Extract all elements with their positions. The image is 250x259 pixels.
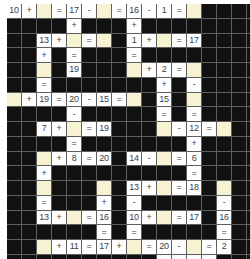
cell-r9-c9	[142, 137, 156, 151]
cell-r15-c7	[112, 225, 126, 239]
cell-r17-c14	[217, 255, 231, 259]
empty-answer-cell-r6-c12[interactable]	[187, 93, 201, 107]
cell-r2-c16	[247, 34, 250, 48]
cell-r1-c3	[52, 19, 66, 33]
cell-r3-c14	[217, 48, 231, 62]
cell-r9-c4: =	[67, 137, 81, 151]
empty-answer-cell-r12-c2[interactable]	[37, 181, 51, 195]
cell-r10-c3: +	[52, 152, 66, 166]
empty-answer-cell-r8-c10[interactable]	[157, 122, 171, 136]
cell-r10-c1	[22, 152, 36, 166]
cell-r14-c0	[7, 211, 21, 225]
cell-r16-c14: 2	[217, 240, 231, 254]
cell-r15-c16	[247, 225, 250, 239]
cell-r17-c16	[247, 255, 250, 259]
cell-r17-c12	[187, 255, 201, 259]
cell-r16-c0	[7, 240, 21, 254]
cell-r15-c12	[187, 225, 201, 239]
empty-answer-cell-r16-c2[interactable]	[37, 240, 51, 254]
cell-r9-c10	[157, 137, 171, 151]
cell-r11-c11	[172, 166, 186, 180]
cell-r12-c3	[52, 181, 66, 195]
cell-r13-c4	[67, 196, 81, 210]
cell-r8-c5: =	[82, 122, 96, 136]
cell-r5-c16	[247, 78, 250, 92]
empty-answer-cell-r2-c4[interactable]	[67, 34, 81, 48]
cell-r5-c9	[142, 78, 156, 92]
cell-r0-c16	[247, 4, 250, 18]
cell-r9-c14	[217, 137, 231, 151]
cell-r6-c15	[232, 93, 246, 107]
cell-r8-c7	[112, 122, 126, 136]
cell-r6-c5: -	[82, 93, 96, 107]
cell-r9-c13	[202, 137, 216, 151]
cell-r17-c0	[7, 255, 21, 259]
empty-answer-cell-r0-c12[interactable]	[187, 4, 201, 18]
cell-r2-c8: 1	[127, 34, 141, 48]
cell-r16-c5: =	[82, 240, 96, 254]
cell-r2-c11: =	[172, 34, 186, 48]
cell-r10-c4: 8	[67, 152, 81, 166]
cell-r11-c1	[22, 166, 36, 180]
cell-r6-c4: 20	[67, 93, 81, 107]
cell-r14-c5: =	[82, 211, 96, 225]
cell-r9-c8	[127, 137, 141, 151]
cell-r5-c10: +	[157, 78, 171, 92]
cell-r15-c1	[22, 225, 36, 239]
cell-r15-c9	[142, 225, 156, 239]
empty-answer-cell-r8-c4[interactable]	[67, 122, 81, 136]
cell-r8-c12: 12	[187, 122, 201, 136]
cell-r5-c13	[202, 78, 216, 92]
cell-r16-c11: -	[172, 240, 186, 254]
cell-r7-c16	[247, 107, 250, 121]
cell-r14-c8: 10	[127, 211, 141, 225]
cell-r4-c13	[202, 63, 216, 77]
cell-r14-c3: +	[52, 211, 66, 225]
cell-r11-c8	[127, 166, 141, 180]
cell-r11-c10	[157, 166, 171, 180]
cell-r15-c3	[52, 225, 66, 239]
cell-r10-c13	[202, 152, 216, 166]
cell-r4-c7	[112, 63, 126, 77]
cell-r11-c7	[112, 166, 126, 180]
empty-answer-cell-r0-c2[interactable]	[37, 4, 51, 18]
cell-r3-c4: =	[67, 48, 81, 62]
cell-r5-c8	[127, 78, 141, 92]
cell-r9-c1	[22, 137, 36, 151]
cell-r2-c15	[232, 34, 246, 48]
cell-r7-c8	[127, 107, 141, 121]
cell-r13-c3	[52, 196, 66, 210]
cell-r1-c12	[187, 19, 201, 33]
cell-r4-c16	[247, 63, 250, 77]
cell-r9-c0	[7, 137, 21, 151]
cell-r1-c2	[37, 19, 51, 33]
cell-r3-c5	[82, 48, 96, 62]
cell-r5-c7	[112, 78, 126, 92]
cell-r5-c12: -	[187, 78, 201, 92]
cell-r7-c11	[172, 107, 186, 121]
cell-r14-c9: +	[142, 211, 156, 225]
cell-r7-c1	[22, 107, 36, 121]
cell-r7-c3	[52, 107, 66, 121]
cell-r17-c3	[52, 255, 66, 259]
cell-r11-c9	[142, 166, 156, 180]
empty-answer-cell-r12-c10[interactable]	[157, 181, 171, 195]
cell-r4-c11: =	[172, 63, 186, 77]
cell-r11-c16	[247, 166, 250, 180]
cell-r8-c2: 7	[37, 122, 51, 136]
cell-r1-c5	[82, 19, 96, 33]
cell-r9-c7	[112, 137, 126, 151]
cell-r0-c8: 16	[127, 4, 141, 18]
cell-r8-c1	[22, 122, 36, 136]
cell-r9-c6	[97, 137, 111, 151]
cell-r7-c14	[217, 107, 231, 121]
empty-answer-cell-r10-c10[interactable]	[157, 152, 171, 166]
cell-r9-c16	[247, 137, 250, 151]
cell-r7-c7	[112, 107, 126, 121]
cell-r12-c15	[232, 181, 246, 195]
cell-r3-c9	[142, 48, 156, 62]
empty-answer-cell-r16-c8[interactable]	[127, 240, 141, 254]
empty-answer-cell-r6-c8[interactable]	[127, 93, 141, 107]
cell-r9-c2	[37, 137, 51, 151]
cell-r9-c3	[52, 137, 66, 151]
cell-r8-c13: =	[202, 122, 216, 136]
cell-r4-c14	[217, 63, 231, 77]
cell-r15-c8: =	[127, 225, 141, 239]
cell-r3-c7	[112, 48, 126, 62]
cell-r7-c12: =	[187, 107, 201, 121]
cell-r6-c1: +	[22, 93, 36, 107]
cell-r16-c13: =	[202, 240, 216, 254]
cell-r8-c9	[142, 122, 156, 136]
cell-r5-c6	[97, 78, 111, 92]
cell-r6-c10: 15	[157, 93, 171, 107]
cell-r6-c2: 19	[37, 93, 51, 107]
cell-r16-c15	[232, 240, 246, 254]
empty-answer-cell-r12-c14[interactable]	[217, 181, 231, 195]
cell-r0-c0: 10	[7, 4, 21, 18]
cell-r13-c14: -	[217, 196, 231, 210]
cell-r13-c1	[22, 196, 36, 210]
cell-r1-c15	[232, 19, 246, 33]
cell-r17-c11	[172, 255, 186, 259]
empty-answer-cell-r2-c6[interactable]	[97, 34, 111, 48]
cell-r12-c1	[22, 181, 36, 195]
cell-r5-c4	[67, 78, 81, 92]
cell-r3-c12	[187, 48, 201, 62]
cell-r6-c16	[247, 93, 250, 107]
cell-r17-c1	[22, 255, 36, 259]
cell-r14-c15	[232, 211, 246, 225]
cell-r7-c13	[202, 107, 216, 121]
cell-r13-c13	[202, 196, 216, 210]
cell-r6-c13	[202, 93, 216, 107]
cell-r1-c13	[202, 19, 216, 33]
cell-r11-c2: +	[37, 166, 51, 180]
cell-r3-c8: =	[127, 48, 141, 62]
cell-r0-c4: 17	[67, 4, 81, 18]
cell-r3-c10	[157, 48, 171, 62]
cell-r11-c12: =	[187, 166, 201, 180]
cell-r14-c14: 16	[217, 211, 231, 225]
cell-r12-c11: =	[172, 181, 186, 195]
cell-r12-c12: 18	[187, 181, 201, 195]
cell-r4-c3	[52, 63, 66, 77]
cell-r8-c16	[247, 122, 250, 136]
cell-r5-c3	[52, 78, 66, 92]
cell-r1-c6	[97, 19, 111, 33]
cell-r12-c4	[67, 181, 81, 195]
cell-r17-c13	[202, 255, 216, 259]
cell-r1-c10	[157, 19, 171, 33]
cell-r0-c7: =	[112, 4, 126, 18]
cell-r15-c0	[7, 225, 21, 239]
cell-r0-c14	[217, 4, 231, 18]
empty-answer-cell-r16-c12[interactable]	[187, 240, 201, 254]
empty-answer-cell-r10-c2[interactable]	[37, 152, 51, 166]
cell-r11-c0	[7, 166, 21, 180]
cell-r1-c8: +	[127, 19, 141, 33]
cell-r5-c1	[22, 78, 36, 92]
cell-r0-c9: -	[142, 4, 156, 18]
cell-r8-c8	[127, 122, 141, 136]
cell-r17-c4	[67, 255, 81, 259]
cell-r4-c15	[232, 63, 246, 77]
cell-r4-c1	[22, 63, 36, 77]
cell-r3-c15	[232, 48, 246, 62]
cell-r14-c13	[202, 211, 216, 225]
cell-r9-c5	[82, 137, 96, 151]
cell-r14-c2: 13	[37, 211, 51, 225]
cell-r13-c15	[232, 196, 246, 210]
cell-r15-c5	[82, 225, 96, 239]
cell-r0-c5: -	[82, 4, 96, 18]
empty-answer-cell-r0-c6[interactable]	[97, 4, 111, 18]
cell-r12-c9: +	[142, 181, 156, 195]
cell-r7-c2	[37, 107, 51, 121]
cell-r13-c0	[7, 196, 21, 210]
empty-answer-cell-r14-c4[interactable]	[67, 211, 81, 225]
cell-r1-c16	[247, 19, 250, 33]
cell-r13-c5	[82, 196, 96, 210]
cell-r11-c14	[217, 166, 231, 180]
cell-r6-c11	[172, 93, 186, 107]
cell-r17-c9	[142, 255, 156, 259]
cell-r13-c6: +	[97, 196, 111, 210]
cell-r5-c11	[172, 78, 186, 92]
cell-r4-c5	[82, 63, 96, 77]
cell-r10-c14	[217, 152, 231, 166]
cell-r17-c7	[112, 255, 126, 259]
cell-r13-c11	[172, 196, 186, 210]
cell-r9-c12: +	[187, 137, 201, 151]
cell-r14-c6: 16	[97, 211, 111, 225]
cell-r0-c10: 1	[157, 4, 171, 18]
cell-r4-c9: +	[142, 63, 156, 77]
cell-r16-c4: 11	[67, 240, 81, 254]
empty-answer-cell-r12-c6[interactable]	[97, 181, 111, 195]
cell-r2-c14	[217, 34, 231, 48]
cell-r0-c13	[202, 4, 216, 18]
cell-r14-c7	[112, 211, 126, 225]
cell-r3-c2: +	[37, 48, 51, 62]
cell-r15-c15	[232, 225, 246, 239]
cell-r12-c0	[7, 181, 21, 195]
cell-r2-c5: =	[82, 34, 96, 48]
cell-r11-c13	[202, 166, 216, 180]
cell-r17-c10	[157, 255, 171, 259]
cell-r7-c9	[142, 107, 156, 121]
cell-r8-c0	[7, 122, 21, 136]
cell-r15-c2	[37, 225, 51, 239]
cell-r16-c16	[247, 240, 250, 254]
cell-r5-c15	[232, 78, 246, 92]
empty-answer-cell-r2-c10[interactable]	[157, 34, 171, 48]
cell-r0-c15	[232, 4, 246, 18]
cell-r0-c1: +	[22, 4, 36, 18]
cell-r17-c2	[37, 255, 51, 259]
cell-r6-c6: 15	[97, 93, 111, 107]
cell-r5-c0	[7, 78, 21, 92]
cell-r1-c7	[112, 19, 126, 33]
cell-r13-c12	[187, 196, 201, 210]
cell-r7-c6	[97, 107, 111, 121]
cell-r4-c0	[7, 63, 21, 77]
cell-r12-c8: 13	[127, 181, 141, 195]
cell-r7-c5	[82, 107, 96, 121]
cell-r13-c7	[112, 196, 126, 210]
cell-r14-c16	[247, 211, 250, 225]
cell-r12-c16	[247, 181, 250, 195]
cell-r8-c11: -	[172, 122, 186, 136]
cell-r15-c4	[67, 225, 81, 239]
cell-r16-c9: =	[142, 240, 156, 254]
cell-r1-c11	[172, 19, 186, 33]
cell-r4-c6	[97, 63, 111, 77]
cell-r1-c1	[22, 19, 36, 33]
cell-r5-c2: =	[37, 78, 51, 92]
cell-r13-c16	[247, 196, 250, 210]
cell-r1-c9	[142, 19, 156, 33]
cell-r14-c12: 17	[187, 211, 201, 225]
empty-answer-cell-r4-c8[interactable]	[127, 63, 141, 77]
cell-r4-c4: 19	[67, 63, 81, 77]
cell-r3-c0	[7, 48, 21, 62]
cell-r8-c3: +	[52, 122, 66, 136]
cell-r13-c2: =	[37, 196, 51, 210]
cell-r1-c0	[7, 19, 21, 33]
cell-r10-c6: 20	[97, 152, 111, 166]
cell-r0-c11: =	[172, 4, 186, 18]
cell-r0-c3: =	[52, 4, 66, 18]
cell-r3-c16	[247, 48, 250, 62]
empty-answer-cell-r4-c12[interactable]	[187, 63, 201, 77]
cell-r2-c0	[7, 34, 21, 48]
cell-r7-c10: =	[157, 107, 171, 121]
cell-r15-c10	[157, 225, 171, 239]
cell-r13-c9	[142, 196, 156, 210]
cell-r15-c6: =	[97, 225, 111, 239]
cell-r10-c9: -	[142, 152, 156, 166]
cell-r9-c15	[232, 137, 246, 151]
cell-r3-c13	[202, 48, 216, 62]
cell-r6-c14	[217, 93, 231, 107]
cell-r5-c14	[217, 78, 231, 92]
cell-r17-c8	[127, 255, 141, 259]
cell-r1-c4: +	[67, 19, 81, 33]
cell-r12-c5	[82, 181, 96, 195]
cell-r4-c10: 2	[157, 63, 171, 77]
cell-r8-c15	[232, 122, 246, 136]
cell-r2-c1	[22, 34, 36, 48]
cell-r10-c0	[7, 152, 21, 166]
cell-r11-c5	[82, 166, 96, 180]
cell-r16-c7: +	[112, 240, 126, 254]
cell-r11-c3	[52, 166, 66, 180]
cell-r11-c15	[232, 166, 246, 180]
empty-answer-cell-r14-c10[interactable]	[157, 211, 171, 225]
cell-r3-c6	[97, 48, 111, 62]
cell-r10-c12: 6	[187, 152, 201, 166]
empty-answer-cell-r8-c14[interactable]	[217, 122, 231, 136]
cell-r13-c8: -	[127, 196, 141, 210]
cell-r10-c8: 14	[127, 152, 141, 166]
cell-r10-c16	[247, 152, 250, 166]
cell-r5-c5	[82, 78, 96, 92]
cell-r2-c9: +	[142, 34, 156, 48]
cell-r14-c1	[22, 211, 36, 225]
cell-r15-c14: =	[217, 225, 231, 239]
cell-r10-c7	[112, 152, 126, 166]
cell-r17-c15	[232, 255, 246, 259]
cross-math-board: 10+=17-=16-1=++13+=1+=17+==19+2==+-+19=2…	[7, 4, 250, 259]
cell-r7-c15	[232, 107, 246, 121]
cell-r6-c7: =	[112, 93, 126, 107]
cell-r17-c6	[97, 255, 111, 259]
cell-r11-c4	[67, 166, 81, 180]
cell-r3-c3	[52, 48, 66, 62]
cell-r13-c10	[157, 196, 171, 210]
cell-r2-c13	[202, 34, 216, 48]
cell-r8-c6: 19	[97, 122, 111, 136]
cell-r10-c5: =	[82, 152, 96, 166]
cell-r3-c11	[172, 48, 186, 62]
cell-r10-c15	[232, 152, 246, 166]
cell-r3-c1	[22, 48, 36, 62]
cell-r15-c11	[172, 225, 186, 239]
cell-r10-c11: =	[172, 152, 186, 166]
cell-r16-c3: +	[52, 240, 66, 254]
empty-answer-cell-r4-c2[interactable]	[37, 63, 51, 77]
cell-r6-c3: =	[52, 93, 66, 107]
cell-r9-c11	[172, 137, 186, 151]
cell-r17-c5	[82, 255, 96, 259]
cell-r12-c13	[202, 181, 216, 195]
cell-r14-c11: =	[172, 211, 186, 225]
cell-r11-c6	[97, 166, 111, 180]
cell-r7-c4: -	[67, 107, 81, 121]
empty-answer-cell-r6-c0[interactable]	[7, 93, 21, 107]
cell-r12-c7	[112, 181, 126, 195]
cell-r6-c9	[142, 93, 156, 107]
cell-r16-c6: 17	[97, 240, 111, 254]
cell-r1-c14	[217, 19, 231, 33]
cell-r16-c10: 20	[157, 240, 171, 254]
